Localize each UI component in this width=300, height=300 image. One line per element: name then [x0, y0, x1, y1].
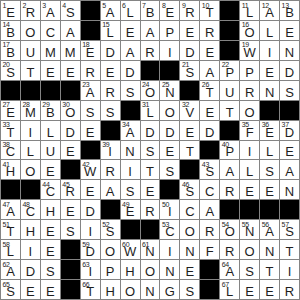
- cell-letter: M: [65, 42, 76, 59]
- grid-cell-r7c2[interactable]: I: [21, 121, 40, 140]
- cell-letter: U: [46, 141, 55, 158]
- grid-cell-r9c5[interactable]: 42W: [81, 160, 100, 179]
- cell-letter: E: [86, 181, 95, 198]
- cell-letter: E: [265, 181, 274, 198]
- grid-cell-r11c3[interactable]: H: [41, 200, 60, 219]
- cell-letter: D: [26, 261, 35, 278]
- grid-cell-r5c9[interactable]: 25N: [160, 81, 179, 100]
- cell-letter: O: [25, 22, 35, 39]
- grid-cell-r7c10[interactable]: E: [180, 121, 199, 140]
- grid-cell-r9c3[interactable]: E: [41, 160, 60, 179]
- grid-cell-r14c1[interactable]: 62A: [1, 260, 20, 279]
- cell-letter: I: [248, 141, 252, 158]
- grid-cell-r9c8[interactable]: T: [141, 160, 160, 179]
- black-square: [160, 180, 179, 199]
- grid-cell-r7c13[interactable]: 35F: [240, 121, 259, 140]
- clue-number: 26: [202, 81, 209, 88]
- grid-cell-r14c8[interactable]: O: [141, 260, 160, 279]
- cell-letter: E: [106, 62, 115, 79]
- cell-letter: E: [205, 102, 214, 119]
- clue-number: 38: [3, 141, 10, 148]
- cell-letter: S: [285, 82, 294, 99]
- clue-number: 14: [3, 21, 10, 28]
- clue-number: 35: [242, 121, 249, 128]
- grid-cell-r7c3[interactable]: L: [41, 121, 60, 140]
- grid-cell-r1c13[interactable]: 11L: [240, 1, 259, 20]
- grid-cell-r2c7[interactable]: E: [121, 21, 140, 40]
- grid-cell-r6c3[interactable]: 29B: [41, 101, 60, 120]
- grid-cell-r13c11[interactable]: F: [200, 240, 219, 259]
- black-square: [121, 220, 140, 239]
- grid-cell-r13c8[interactable]: 61N: [141, 240, 160, 259]
- cell-letter: A: [146, 22, 155, 39]
- clue-number: 7: [142, 2, 146, 9]
- grid-cell-r14c9[interactable]: N: [160, 260, 179, 279]
- black-square: [220, 121, 239, 140]
- grid-cell-r11c5[interactable]: D: [81, 200, 100, 219]
- grid-cell-r8c9[interactable]: E: [160, 141, 179, 160]
- grid-cell-r6c13[interactable]: O: [240, 101, 259, 120]
- clue-number: 48: [22, 201, 29, 208]
- grid-cell-r15c3[interactable]: E: [41, 280, 60, 299]
- grid-cell-r4c13[interactable]: P: [240, 61, 259, 80]
- grid-cell-r15c9[interactable]: G: [160, 280, 179, 299]
- grid-cell-r4c14[interactable]: E: [260, 61, 279, 80]
- grid-cell-r15c10[interactable]: S: [180, 280, 199, 299]
- grid-cell-r9c12[interactable]: A: [220, 160, 239, 179]
- grid-cell-r14c6[interactable]: P: [101, 260, 120, 279]
- cell-letter: A: [46, 2, 55, 19]
- grid-cell-r10c3[interactable]: 44C: [41, 180, 60, 199]
- cell-letter: O: [145, 261, 155, 278]
- grid-cell-r15c7[interactable]: O: [121, 280, 140, 299]
- clue-number: 25: [162, 81, 169, 88]
- grid-cell-r8c14[interactable]: L: [260, 141, 279, 160]
- grid-cell-r1c8[interactable]: 7B: [141, 1, 160, 20]
- grid-cell-r8c7[interactable]: N: [121, 141, 140, 160]
- grid-cell-r15c6[interactable]: H: [101, 280, 120, 299]
- grid-cell-r9c13[interactable]: L: [240, 160, 259, 179]
- grid-cell-r7c1[interactable]: 33T: [1, 121, 20, 140]
- grid-cell-r1c7[interactable]: 6L: [121, 1, 140, 20]
- cell-letter: R: [225, 241, 234, 258]
- grid-cell-r11c2[interactable]: 48C: [21, 200, 40, 219]
- grid-cell-r12c6[interactable]: 52S: [101, 220, 120, 239]
- grid-cell-r7c4[interactable]: D: [61, 121, 80, 140]
- grid-cell-r13c5[interactable]: 59D: [81, 240, 100, 259]
- grid-cell-r9c9[interactable]: S: [160, 160, 179, 179]
- grid-cell-r14c5[interactable]: 63I: [81, 260, 100, 279]
- cell-letter: E: [126, 22, 135, 39]
- grid-cell-r1c14[interactable]: 12A: [260, 1, 279, 20]
- black-square: [260, 200, 279, 219]
- grid-cell-r6c10[interactable]: 32V: [180, 101, 199, 120]
- grid-cell-r4c11[interactable]: A: [200, 61, 219, 80]
- grid-cell-r4c6[interactable]: E: [101, 61, 120, 80]
- grid-cell-r11c9[interactable]: 50I: [160, 200, 179, 219]
- grid-cell-r4c1[interactable]: 20S: [1, 61, 20, 80]
- grid-cell-r11c1[interactable]: 47A: [1, 200, 20, 219]
- cell-letter: E: [86, 122, 95, 139]
- cell-letter: T: [26, 62, 34, 79]
- black-square: [101, 121, 120, 140]
- clue-number: 39: [102, 141, 109, 148]
- grid-cell-r3c7[interactable]: A: [121, 41, 140, 60]
- black-square: [280, 101, 299, 120]
- cell-letter: G: [165, 281, 175, 298]
- cell-letter: T: [286, 241, 294, 258]
- grid-cell-r13c10[interactable]: N: [180, 240, 199, 259]
- grid-cell-r9c2[interactable]: O: [21, 160, 40, 179]
- grid-cell-r6c1[interactable]: 27E: [1, 101, 20, 120]
- cell-letter: A: [126, 42, 135, 59]
- grid-cell-r10c4[interactable]: 45R: [61, 180, 80, 199]
- cell-letter: U: [26, 42, 35, 59]
- grid-cell-r13c13[interactable]: O: [240, 240, 259, 259]
- black-square: [61, 240, 80, 259]
- grid-cell-r15c13[interactable]: E: [240, 280, 259, 299]
- grid-cell-r3c1[interactable]: 17B: [1, 41, 20, 60]
- grid-cell-r15c15[interactable]: R: [280, 280, 299, 299]
- grid-cell-r5c12[interactable]: U: [220, 81, 239, 100]
- cell-letter: E: [46, 281, 55, 298]
- cell-letter: N: [285, 42, 294, 59]
- grid-cell-r4c12[interactable]: 22P: [220, 61, 239, 80]
- cell-letter: E: [146, 181, 155, 198]
- grid-cell-r7c7[interactable]: 34A: [121, 121, 140, 140]
- clue-number: 32: [182, 101, 189, 108]
- grid-cell-r2c15[interactable]: E: [280, 21, 299, 40]
- black-square: [21, 180, 40, 199]
- clue-number: 49: [122, 201, 129, 208]
- grid-cell-r6c6[interactable]: S: [101, 101, 120, 120]
- grid-cell-r2c3[interactable]: C: [41, 21, 60, 40]
- cell-letter: M: [45, 42, 56, 59]
- grid-cell-r4c10[interactable]: 21S: [180, 61, 199, 80]
- cell-letter: N: [265, 241, 274, 258]
- grid-cell-r14c13[interactable]: S: [240, 260, 259, 279]
- grid-cell-r2c4[interactable]: A: [61, 21, 80, 40]
- grid-cell-r14c15[interactable]: I: [280, 260, 299, 279]
- clue-number: 13: [282, 2, 289, 9]
- clue-number: 66: [82, 281, 89, 288]
- grid-cell-r4c2[interactable]: T: [21, 61, 40, 80]
- grid-cell-r9c15[interactable]: A: [280, 160, 299, 179]
- grid-cell-r1c2[interactable]: 2R: [21, 1, 40, 20]
- cell-letter: R: [145, 201, 154, 218]
- black-square: [121, 101, 140, 120]
- grid-cell-r10c7[interactable]: S: [121, 180, 140, 199]
- black-square: [220, 41, 239, 60]
- grid-cell-r7c14[interactable]: 36E: [260, 121, 279, 140]
- grid-cell-r15c8[interactable]: N: [141, 280, 160, 299]
- black-square: [81, 21, 100, 40]
- cell-letter: S: [86, 102, 95, 119]
- grid-cell-r13c15[interactable]: T: [280, 240, 299, 259]
- grid-cell-r8c15[interactable]: E: [280, 141, 299, 160]
- cell-letter: D: [66, 122, 75, 139]
- grid-cell-r4c15[interactable]: D: [280, 61, 299, 80]
- grid-cell-r14c3[interactable]: S: [41, 260, 60, 279]
- grid-cell-r11c4[interactable]: E: [61, 200, 80, 219]
- grid-cell-r11c11[interactable]: A: [200, 200, 219, 219]
- grid-cell-r12c10[interactable]: O: [180, 220, 199, 239]
- grid-cell-r13c7[interactable]: 60W: [121, 240, 140, 259]
- grid-cell-r3c15[interactable]: N: [280, 41, 299, 60]
- grid-cell-r10c10[interactable]: 46S: [180, 180, 199, 199]
- cell-letter: A: [285, 161, 294, 178]
- cell-letter: T: [146, 161, 154, 178]
- grid-cell-r11c10[interactable]: C: [180, 200, 199, 219]
- cell-letter: O: [105, 241, 115, 258]
- grid-cell-r12c1[interactable]: 51T: [1, 220, 20, 239]
- grid-cell-r1c6[interactable]: 5A: [101, 1, 120, 20]
- grid-cell-r13c12[interactable]: R: [220, 240, 239, 259]
- grid-cell-r8c4[interactable]: E: [61, 141, 80, 160]
- cell-letter: A: [205, 201, 214, 218]
- grid-cell-r8c1[interactable]: 38C: [1, 141, 20, 160]
- grid-cell-r8c3[interactable]: U: [41, 141, 60, 160]
- grid-cell-r3c6[interactable]: D: [101, 41, 120, 60]
- grid-cell-r6c11[interactable]: E: [200, 101, 219, 120]
- grid-cell-r13c14[interactable]: N: [260, 240, 279, 259]
- grid-cell-r9c7[interactable]: I: [121, 160, 140, 179]
- grid-cell-r8c12[interactable]: 40P: [220, 141, 239, 160]
- cell-letter: U: [225, 82, 234, 99]
- grid-cell-r10c6[interactable]: A: [101, 180, 120, 199]
- clue-number: 44: [42, 181, 49, 188]
- grid-cell-r10c5[interactable]: E: [81, 180, 100, 199]
- cell-letter: D: [125, 62, 134, 79]
- grid-cell-r15c5[interactable]: 66T: [81, 280, 100, 299]
- clue-number: 42: [82, 161, 89, 168]
- grid-cell-r7c15[interactable]: 37D: [280, 121, 299, 140]
- grid-cell-r5c13[interactable]: R: [240, 81, 259, 100]
- clue-number: 63: [82, 261, 89, 268]
- grid-cell-r13c1[interactable]: 58L: [1, 240, 20, 259]
- cell-letter: T: [186, 141, 194, 158]
- grid-cell-r1c10[interactable]: 9R: [180, 1, 199, 20]
- grid-cell-r9c11[interactable]: 43S: [200, 160, 219, 179]
- cell-letter: E: [66, 62, 75, 79]
- grid-cell-r5c7[interactable]: S: [121, 81, 140, 100]
- grid-cell-r11c7[interactable]: 49E: [121, 200, 140, 219]
- black-square: [220, 200, 239, 219]
- grid-cell-r3c8[interactable]: R: [141, 41, 160, 60]
- cell-letter: R: [245, 82, 254, 99]
- grid-cell-r13c9[interactable]: I: [160, 240, 179, 259]
- clue-number: 60: [122, 241, 129, 248]
- cell-letter: L: [126, 2, 133, 19]
- grid-cell-r2c8[interactable]: A: [141, 21, 160, 40]
- grid-cell-r5c11[interactable]: 26T: [200, 81, 219, 100]
- grid-cell-r4c3[interactable]: E: [41, 61, 60, 80]
- cell-letter: N: [145, 281, 154, 298]
- cell-letter: S: [186, 281, 195, 298]
- grid-cell-r12c4[interactable]: S: [61, 220, 80, 239]
- grid-cell-r13c2[interactable]: I: [21, 240, 40, 259]
- grid-cell-r3c3[interactable]: M: [41, 41, 60, 60]
- cell-letter: O: [165, 102, 175, 119]
- clue-number: 9: [182, 2, 186, 9]
- grid-cell-r12c5[interactable]: I: [81, 220, 100, 239]
- grid-cell-r4c5[interactable]: R: [81, 61, 100, 80]
- grid-cell-r11c8[interactable]: R: [141, 200, 160, 219]
- grid-cell-r8c13[interactable]: I: [240, 141, 259, 160]
- black-square: [61, 280, 80, 299]
- grid-cell-r15c2[interactable]: E: [21, 280, 40, 299]
- grid-cell-r9c1[interactable]: 41H: [1, 160, 20, 179]
- grid-cell-r3c5[interactable]: 18E: [81, 41, 100, 60]
- grid-cell-r1c9[interactable]: 8E: [160, 1, 179, 20]
- grid-cell-r10c15[interactable]: N: [280, 180, 299, 199]
- clue-number: 37: [282, 121, 289, 128]
- clue-number: 64: [222, 261, 229, 268]
- grid-cell-r15c12[interactable]: 67L: [220, 280, 239, 299]
- grid-cell-r12c14[interactable]: 56A: [260, 220, 279, 239]
- grid-cell-r14c14[interactable]: T: [260, 260, 279, 279]
- grid-cell-r3c13[interactable]: 19W: [240, 41, 259, 60]
- grid-cell-r1c4[interactable]: 4S: [61, 1, 80, 20]
- grid-cell-r2c1[interactable]: 14B: [1, 21, 20, 40]
- clue-number: 30: [62, 101, 69, 108]
- cell-letter: I: [268, 42, 272, 59]
- cell-letter: O: [25, 161, 35, 178]
- grid-cell-r8c2[interactable]: L: [21, 141, 40, 160]
- grid-cell-r8c8[interactable]: S: [141, 141, 160, 160]
- grid-cell-r2c14[interactable]: L: [260, 21, 279, 40]
- cell-letter: R: [225, 181, 234, 198]
- grid-cell-r7c11[interactable]: D: [200, 121, 219, 140]
- grid-cell-r12c2[interactable]: H: [21, 220, 40, 239]
- cell-letter: R: [205, 22, 214, 39]
- clue-number: 23: [82, 81, 89, 88]
- cell-letter: S: [245, 261, 254, 278]
- grid-cell-r13c6[interactable]: O: [101, 240, 120, 259]
- grid-cell-r12c3[interactable]: E: [41, 220, 60, 239]
- cell-letter: N: [165, 261, 174, 278]
- grid-cell-r3c14[interactable]: I: [260, 41, 279, 60]
- grid-cell-r14c7[interactable]: H: [121, 260, 140, 279]
- cell-letter: E: [186, 122, 195, 139]
- grid-cell-r6c5[interactable]: S: [81, 101, 100, 120]
- grid-cell-r2c9[interactable]: P: [160, 21, 179, 40]
- clue-number: 54: [222, 221, 229, 228]
- grid-cell-r10c13[interactable]: E: [240, 180, 259, 199]
- clue-number: 17: [3, 41, 10, 48]
- grid-cell-r1c15[interactable]: 13B: [280, 1, 299, 20]
- grid-cell-r3c9[interactable]: I: [160, 41, 179, 60]
- grid-cell-r7c8[interactable]: D: [141, 121, 160, 140]
- grid-cell-r5c5[interactable]: 23A: [81, 81, 100, 100]
- clue-number: 36: [262, 121, 269, 128]
- grid-cell-r2c10[interactable]: E: [180, 21, 199, 40]
- grid-cell-r2c2[interactable]: O: [21, 21, 40, 40]
- grid-cell-r5c14[interactable]: N: [260, 81, 279, 100]
- grid-cell-r2c6[interactable]: 15L: [101, 21, 120, 40]
- grid-cell-r12c12[interactable]: 54O: [220, 220, 239, 239]
- grid-cell-r7c5[interactable]: E: [81, 121, 100, 140]
- grid-cell-r9c6[interactable]: R: [101, 160, 120, 179]
- grid-cell-r10c11[interactable]: C: [200, 180, 219, 199]
- grid-cell-r10c8[interactable]: E: [141, 180, 160, 199]
- grid-cell-r10c14[interactable]: E: [260, 180, 279, 199]
- grid-cell-r2c13[interactable]: 16O: [240, 21, 259, 40]
- clue-number: 28: [22, 101, 29, 108]
- grid-cell-r5c6[interactable]: R: [101, 81, 120, 100]
- grid-cell-r13c3[interactable]: E: [41, 240, 60, 259]
- grid-cell-r3c11[interactable]: E: [200, 41, 219, 60]
- grid-cell-r3c4[interactable]: M: [61, 41, 80, 60]
- grid-cell-r14c12[interactable]: 64A: [220, 260, 239, 279]
- black-square: [1, 180, 20, 199]
- cell-letter: I: [29, 122, 33, 139]
- grid-cell-r4c4[interactable]: E: [61, 61, 80, 80]
- grid-cell-r15c1[interactable]: 65S: [1, 280, 20, 299]
- grid-cell-r1c3[interactable]: 3A: [41, 1, 60, 20]
- cell-letter: S: [126, 181, 135, 198]
- grid-cell-r6c4[interactable]: 30O: [61, 101, 80, 120]
- cell-letter: R: [85, 62, 94, 79]
- grid-cell-r14c10[interactable]: E: [180, 260, 199, 279]
- grid-cell-r6c2[interactable]: 28M: [21, 101, 40, 120]
- cell-letter: I: [128, 161, 132, 178]
- grid-cell-r10c12[interactable]: R: [220, 180, 239, 199]
- cell-letter: E: [46, 221, 55, 238]
- grid-cell-r4c7[interactable]: D: [121, 61, 140, 80]
- black-square: [220, 1, 239, 20]
- grid-cell-r2c11[interactable]: R: [200, 21, 219, 40]
- clue-number: 51: [3, 221, 10, 228]
- cell-letter: D: [105, 42, 114, 59]
- grid-cell-r6c9[interactable]: O: [160, 101, 179, 120]
- clue-number: 19: [242, 41, 249, 48]
- cell-letter: D: [85, 201, 94, 218]
- cell-letter: O: [245, 241, 255, 258]
- grid-cell-r12c11[interactable]: R: [200, 220, 219, 239]
- grid-cell-r12c13[interactable]: 55N: [240, 220, 259, 239]
- grid-cell-r6c12[interactable]: T: [220, 101, 239, 120]
- clue-number: 22: [222, 61, 229, 68]
- clue-number: 31: [142, 101, 149, 108]
- grid-cell-r7c9[interactable]: D: [160, 121, 179, 140]
- cell-letter: H: [105, 281, 114, 298]
- grid-cell-r8c6[interactable]: 39I: [101, 141, 120, 160]
- grid-cell-r5c15[interactable]: S: [280, 81, 299, 100]
- grid-cell-r14c2[interactable]: D: [21, 260, 40, 279]
- cell-letter: E: [46, 62, 55, 79]
- cell-letter: E: [46, 161, 55, 178]
- cell-letter: I: [88, 221, 92, 238]
- grid-cell-r9c14[interactable]: S: [260, 160, 279, 179]
- cell-letter: A: [225, 161, 234, 178]
- grid-cell-r1c1[interactable]: 1E: [1, 1, 20, 20]
- grid-cell-r3c10[interactable]: D: [180, 41, 199, 60]
- grid-cell-r15c14[interactable]: E: [260, 280, 279, 299]
- grid-cell-r12c15[interactable]: 57S: [280, 220, 299, 239]
- grid-cell-r5c8[interactable]: 24O: [141, 81, 160, 100]
- cell-letter: L: [47, 122, 54, 139]
- grid-cell-r8c10[interactable]: T: [180, 141, 199, 160]
- clue-number: 65: [3, 281, 10, 288]
- cell-letter: E: [285, 141, 294, 158]
- clue-number: 8: [162, 2, 166, 9]
- grid-cell-r6c8[interactable]: 31L: [141, 101, 160, 120]
- cell-letter: P: [245, 62, 254, 79]
- grid-cell-r1c11[interactable]: 10T: [200, 1, 219, 20]
- grid-cell-r3c2[interactable]: U: [21, 41, 40, 60]
- grid-cell-r12c9[interactable]: 53C: [160, 220, 179, 239]
